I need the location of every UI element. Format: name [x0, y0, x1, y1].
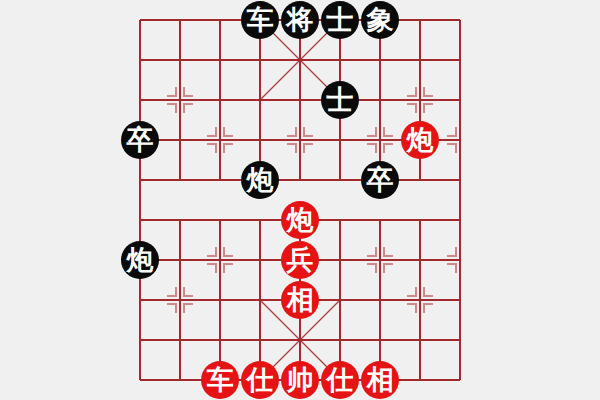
piece-red-cannon[interactable]: 炮: [400, 120, 440, 160]
piece-red-soldier[interactable]: 兵: [280, 240, 320, 280]
piece-glyph: 士: [321, 81, 359, 119]
piece-glyph: 仕: [321, 361, 359, 399]
piece-black-elephant[interactable]: 象: [360, 0, 400, 40]
piece-red-elephant[interactable]: 相: [280, 280, 320, 320]
piece-glyph: 炮: [121, 241, 159, 279]
piece-glyph: 炮: [401, 121, 439, 159]
piece-red-elephant[interactable]: 相: [360, 360, 400, 400]
piece-glyph: 象: [361, 1, 399, 39]
piece-glyph: 帅: [281, 361, 319, 399]
piece-glyph: 相: [281, 281, 319, 319]
piece-black-advisor[interactable]: 士: [320, 80, 360, 120]
piece-glyph: 卒: [361, 161, 399, 199]
xiangqi-board: 车将士象士卒炮炮卒炮炮兵相车仕帅仕相: [0, 0, 600, 400]
piece-glyph: 车: [201, 361, 239, 399]
piece-red-cannon[interactable]: 炮: [280, 200, 320, 240]
piece-glyph: 卒: [121, 121, 159, 159]
piece-red-advisor[interactable]: 仕: [240, 360, 280, 400]
piece-black-cannon[interactable]: 炮: [240, 160, 280, 200]
piece-black-general[interactable]: 将: [280, 0, 320, 40]
piece-glyph: 炮: [241, 161, 279, 199]
piece-layer: 车将士象士卒炮炮卒炮炮兵相车仕帅仕相: [120, 0, 480, 400]
piece-red-general[interactable]: 帅: [280, 360, 320, 400]
piece-black-soldier[interactable]: 卒: [120, 120, 160, 160]
piece-black-advisor[interactable]: 士: [320, 0, 360, 40]
piece-glyph: 仕: [241, 361, 279, 399]
piece-glyph: 炮: [281, 201, 319, 239]
piece-glyph: 士: [321, 1, 359, 39]
piece-black-chariot[interactable]: 车: [240, 0, 280, 40]
piece-black-cannon[interactable]: 炮: [120, 240, 160, 280]
piece-glyph: 兵: [281, 241, 319, 279]
piece-black-soldier[interactable]: 卒: [360, 160, 400, 200]
piece-red-chariot[interactable]: 车: [200, 360, 240, 400]
piece-glyph: 将: [281, 1, 319, 39]
piece-glyph: 车: [241, 1, 279, 39]
piece-red-advisor[interactable]: 仕: [320, 360, 360, 400]
piece-glyph: 相: [361, 361, 399, 399]
